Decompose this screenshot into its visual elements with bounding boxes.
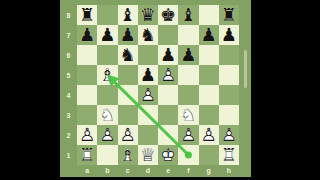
square-f8[interactable]: ♝ — [178, 5, 198, 25]
white-queen: ♕ — [138, 145, 158, 165]
white-rook: ♖ — [219, 145, 239, 165]
video-frame: 87654321 ♜♝♛♚♝♜♟♟♟♞♟♟♞♟♟♝♗♟♟♙♟♙♞♘♞♘♟♙♟♙♟… — [0, 0, 320, 180]
white-knight-fill: ♞ — [178, 105, 198, 125]
white-pawn-fill: ♟ — [178, 125, 198, 145]
rank-label-1: 1 — [60, 145, 77, 165]
square-h4[interactable] — [219, 85, 239, 105]
white-pawn: ♙ — [138, 85, 158, 105]
square-f4[interactable] — [178, 85, 198, 105]
square-g5[interactable] — [199, 65, 219, 85]
square-d2[interactable] — [138, 125, 158, 145]
square-a5[interactable] — [77, 65, 97, 85]
square-h3[interactable] — [219, 105, 239, 125]
white-pawn-fill: ♟ — [118, 125, 138, 145]
white-pawn-fill: ♟ — [138, 85, 158, 105]
white-knight: ♘ — [97, 105, 117, 125]
black-pawn: ♟ — [77, 25, 97, 45]
rank-label-7: 7 — [60, 25, 77, 45]
square-a8[interactable]: ♜ — [77, 5, 97, 25]
square-a6[interactable] — [77, 45, 97, 65]
square-g1[interactable] — [199, 145, 219, 165]
file-label-a: a — [77, 164, 97, 177]
square-e6[interactable]: ♟ — [158, 45, 178, 65]
black-knight: ♞ — [138, 25, 158, 45]
white-pawn: ♙ — [199, 125, 219, 145]
white-bishop-fill: ♝ — [118, 145, 138, 165]
square-d3[interactable] — [138, 105, 158, 125]
white-pawn-fill: ♟ — [219, 125, 239, 145]
square-b1[interactable] — [97, 145, 117, 165]
black-knight: ♞ — [118, 45, 138, 65]
file-label-c: c — [118, 164, 138, 177]
white-pawn: ♙ — [219, 125, 239, 145]
square-b5[interactable]: ♝♗ — [97, 65, 117, 85]
square-d6[interactable] — [138, 45, 158, 65]
black-king: ♚ — [158, 5, 178, 25]
square-h5[interactable] — [219, 65, 239, 85]
rank-label-4: 4 — [60, 85, 77, 105]
square-b3[interactable]: ♞♘ — [97, 105, 117, 125]
rank-label-8: 8 — [60, 5, 77, 25]
rank-labels: 87654321 — [60, 5, 77, 165]
square-b8[interactable] — [97, 5, 117, 25]
square-h2[interactable]: ♟♙ — [219, 125, 239, 145]
square-f7[interactable] — [178, 25, 198, 45]
square-g8[interactable] — [199, 5, 219, 25]
white-knight-fill: ♞ — [97, 105, 117, 125]
square-e7[interactable] — [158, 25, 178, 45]
square-d8[interactable]: ♛ — [138, 5, 158, 25]
square-h1[interactable]: ♜♖ — [219, 145, 239, 165]
square-h7[interactable]: ♟ — [219, 25, 239, 45]
file-label-f: f — [178, 164, 198, 177]
square-d5[interactable]: ♟ — [138, 65, 158, 85]
square-c5[interactable] — [118, 65, 138, 85]
white-pawn: ♙ — [77, 125, 97, 145]
square-a3[interactable] — [77, 105, 97, 125]
chess-board[interactable]: ♜♝♛♚♝♜♟♟♟♞♟♟♞♟♟♝♗♟♟♙♟♙♞♘♞♘♟♙♟♙♟♙♟♙♟♙♟♙♜♖… — [77, 5, 239, 165]
rank-label-6: 6 — [60, 45, 77, 65]
square-a1[interactable]: ♜♖ — [77, 145, 97, 165]
black-pawn: ♟ — [118, 25, 138, 45]
square-c6[interactable]: ♞ — [118, 45, 138, 65]
square-a7[interactable]: ♟ — [77, 25, 97, 45]
square-g2[interactable]: ♟♙ — [199, 125, 219, 145]
square-g4[interactable] — [199, 85, 219, 105]
square-c3[interactable] — [118, 105, 138, 125]
white-rook-fill: ♜ — [77, 145, 97, 165]
rank-label-5: 5 — [60, 65, 77, 85]
white-knight: ♘ — [178, 105, 198, 125]
square-e4[interactable] — [158, 85, 178, 105]
black-pawn: ♟ — [158, 45, 178, 65]
file-label-e: e — [158, 164, 178, 177]
square-e3[interactable] — [158, 105, 178, 125]
white-pawn: ♙ — [158, 65, 178, 85]
square-e1[interactable]: ♚♔ — [158, 145, 178, 165]
square-b2[interactable]: ♟♙ — [97, 125, 117, 145]
scroll-indicator — [244, 50, 247, 88]
file-label-d: d — [138, 164, 158, 177]
square-d4[interactable]: ♟♙ — [138, 85, 158, 105]
white-pawn: ♙ — [178, 125, 198, 145]
square-c7[interactable]: ♟ — [118, 25, 138, 45]
square-e2[interactable] — [158, 125, 178, 145]
white-pawn-fill: ♟ — [199, 125, 219, 145]
square-g7[interactable]: ♟ — [199, 25, 219, 45]
file-label-g: g — [199, 164, 219, 177]
file-label-b: b — [97, 164, 117, 177]
black-bishop: ♝ — [118, 5, 138, 25]
square-h8[interactable]: ♜ — [219, 5, 239, 25]
white-bishop: ♗ — [97, 65, 117, 85]
square-a2[interactable]: ♟♙ — [77, 125, 97, 145]
square-g3[interactable] — [199, 105, 219, 125]
white-pawn-fill: ♟ — [97, 125, 117, 145]
square-f5[interactable] — [178, 65, 198, 85]
white-bishop: ♗ — [118, 145, 138, 165]
white-pawn: ♙ — [97, 125, 117, 145]
black-pawn: ♟ — [219, 25, 239, 45]
white-pawn-fill: ♟ — [158, 65, 178, 85]
black-bishop: ♝ — [178, 5, 198, 25]
square-f2[interactable]: ♟♙ — [178, 125, 198, 145]
square-h6[interactable] — [219, 45, 239, 65]
square-b7[interactable]: ♟ — [97, 25, 117, 45]
white-pawn: ♙ — [118, 125, 138, 145]
square-c8[interactable]: ♝ — [118, 5, 138, 25]
white-king-fill: ♚ — [158, 145, 178, 165]
square-c4[interactable] — [118, 85, 138, 105]
white-rook-fill: ♜ — [219, 145, 239, 165]
white-bishop-fill: ♝ — [97, 65, 117, 85]
square-c2[interactable]: ♟♙ — [118, 125, 138, 145]
black-pawn: ♟ — [199, 25, 219, 45]
rank-label-3: 3 — [60, 105, 77, 125]
white-queen-fill: ♛ — [138, 145, 158, 165]
white-pawn-fill: ♟ — [77, 125, 97, 145]
black-pawn: ♟ — [138, 65, 158, 85]
file-label-h: h — [219, 164, 239, 177]
black-rook: ♜ — [219, 5, 239, 25]
square-a4[interactable] — [77, 85, 97, 105]
square-c1[interactable]: ♝♗ — [118, 145, 138, 165]
white-king: ♔ — [158, 145, 178, 165]
black-queen: ♛ — [138, 5, 158, 25]
square-f6[interactable]: ♟ — [178, 45, 198, 65]
rank-label-2: 2 — [60, 125, 77, 145]
black-pawn: ♟ — [178, 45, 198, 65]
square-d7[interactable]: ♞ — [138, 25, 158, 45]
square-b4[interactable] — [97, 85, 117, 105]
square-d1[interactable]: ♛♕ — [138, 145, 158, 165]
square-b6[interactable] — [97, 45, 117, 65]
square-f1[interactable] — [178, 145, 198, 165]
file-labels: abcdefgh — [77, 164, 239, 177]
black-pawn: ♟ — [97, 25, 117, 45]
square-e8[interactable]: ♚ — [158, 5, 178, 25]
square-e5[interactable]: ♟♙ — [158, 65, 178, 85]
square-f3[interactable]: ♞♘ — [178, 105, 198, 125]
white-rook: ♖ — [77, 145, 97, 165]
square-g6[interactable] — [199, 45, 219, 65]
black-rook: ♜ — [77, 5, 97, 25]
